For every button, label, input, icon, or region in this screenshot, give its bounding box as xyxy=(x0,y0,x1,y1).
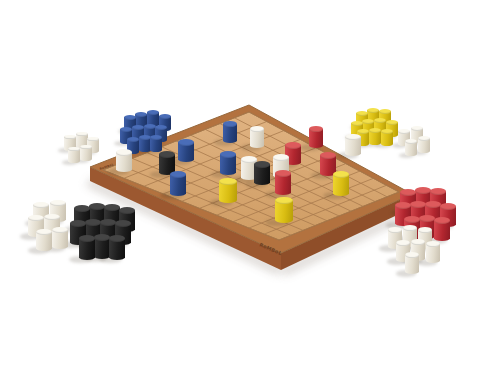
blue-reserve-piece-11[interactable] xyxy=(150,135,162,152)
piece-cap xyxy=(127,137,139,142)
board-piece-red-c4r0[interactable] xyxy=(309,126,324,148)
board-piece-blue-c1r2[interactable] xyxy=(223,121,238,143)
piece-cap xyxy=(124,115,136,120)
piece-cap xyxy=(386,120,398,125)
piece-cap xyxy=(367,108,379,113)
piece-cap xyxy=(356,111,368,116)
piece-cap xyxy=(381,129,393,134)
piece-cap xyxy=(374,118,386,123)
piece-cap xyxy=(50,200,65,206)
piece-cap xyxy=(147,110,159,115)
white-reserve-bottom-right-piece-6[interactable] xyxy=(426,241,441,263)
white-reserve-bottom-right-piece-7[interactable] xyxy=(405,252,420,274)
piece-cap xyxy=(144,124,156,129)
board-piece-white-c6r0[interactable] xyxy=(345,134,360,156)
piece-cap xyxy=(285,142,301,149)
board-piece-yellow-c7r2[interactable] xyxy=(333,171,350,196)
piece-cap xyxy=(132,125,144,130)
piece-cap xyxy=(178,139,194,146)
piece-cap xyxy=(369,128,381,133)
piece-cap xyxy=(150,135,162,140)
piece-cap xyxy=(275,197,293,205)
piece-body xyxy=(405,255,420,274)
piece-body xyxy=(250,129,265,148)
black-reserve-piece-9[interactable] xyxy=(79,235,96,260)
piece-body xyxy=(79,239,96,260)
piece-cap xyxy=(159,114,171,119)
white-reserve-bottom-left-piece-6[interactable] xyxy=(52,227,67,249)
piece-body xyxy=(309,129,324,148)
board-piece-white-c0r6[interactable] xyxy=(116,149,132,172)
board-piece-white-c2r1[interactable] xyxy=(250,126,265,148)
piece-body xyxy=(80,147,91,161)
white-reserve-mid-left-piece-4[interactable] xyxy=(68,147,79,163)
piece-cap xyxy=(405,139,416,144)
piece-body xyxy=(333,175,350,196)
blue-reserve-piece-10[interactable] xyxy=(139,135,151,152)
board-piece-blue-c1r4[interactable] xyxy=(178,139,194,162)
piece-cap xyxy=(44,214,59,220)
white-reserve-top-right-piece-3[interactable] xyxy=(405,139,416,156)
piece-body xyxy=(275,174,292,195)
black-reserve-piece-11[interactable] xyxy=(109,235,126,260)
board-piece-yellow-c6r8[interactable] xyxy=(275,197,293,223)
piece-body xyxy=(109,239,126,260)
piece-cap xyxy=(411,126,422,131)
piece-cap xyxy=(116,149,132,156)
piece-body xyxy=(68,149,79,163)
yellow-reserve-piece-9[interactable] xyxy=(369,128,381,145)
red-reserve-piece-10[interactable] xyxy=(434,217,450,241)
piece-cap xyxy=(351,121,363,126)
piece-cap xyxy=(254,161,270,168)
piece-cap xyxy=(379,109,391,114)
piece-cap xyxy=(418,136,429,141)
board-piece-red-c6r5[interactable] xyxy=(275,170,292,195)
yellow-reserve-piece-10[interactable] xyxy=(381,129,393,146)
piece-cap xyxy=(139,135,151,140)
piece-cap xyxy=(33,202,48,208)
piece-cap xyxy=(36,229,51,235)
piece-cap xyxy=(155,125,167,130)
piece-cap xyxy=(135,112,147,117)
board-piece-yellow-c4r7[interactable] xyxy=(219,178,236,203)
piece-cap xyxy=(28,215,43,221)
board-piece-black-c5r5[interactable] xyxy=(254,161,270,185)
table-surface: RoMBoLRoMBoL xyxy=(0,0,499,386)
piece-body xyxy=(426,244,441,263)
white-reserve-bottom-left-piece-5[interactable] xyxy=(36,229,51,251)
board-piece-blue-c2r7[interactable] xyxy=(170,171,187,196)
piece-body xyxy=(223,124,238,143)
piece-body xyxy=(170,175,187,196)
piece-cap xyxy=(120,127,132,132)
piece-cap xyxy=(398,129,409,134)
white-reserve-mid-left-piece-5[interactable] xyxy=(80,145,91,161)
white-reserve-top-right-piece-4[interactable] xyxy=(418,136,429,153)
piece-cap xyxy=(52,227,67,233)
board-piece-blue-c3r5[interactable] xyxy=(220,151,236,175)
piece-cap xyxy=(362,119,374,124)
piece-cap xyxy=(345,134,360,140)
piece-cap xyxy=(219,178,236,185)
